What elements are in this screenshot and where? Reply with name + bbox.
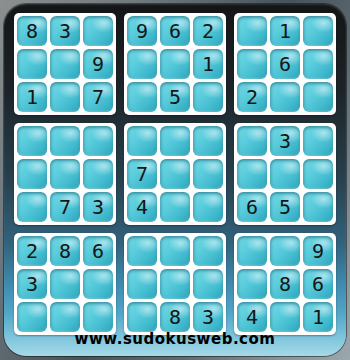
cell-r8c7[interactable] <box>237 269 267 299</box>
cell-r6c3[interactable]: 3 <box>83 192 113 222</box>
cell-r1c9[interactable] <box>303 16 333 46</box>
cell-r5c4[interactable]: 7 <box>127 159 157 189</box>
box-r1c1: 83917 <box>14 13 116 115</box>
cell-r2c6[interactable]: 1 <box>193 49 223 79</box>
box-r2c1: 73 <box>14 123 116 225</box>
cell-r5c2[interactable] <box>50 159 80 189</box>
cell-r8c4[interactable] <box>127 269 157 299</box>
cell-r5c8[interactable] <box>270 159 300 189</box>
cell-r8c3[interactable] <box>83 269 113 299</box>
cell-r6c8[interactable]: 5 <box>270 192 300 222</box>
cell-r2c4[interactable] <box>127 49 157 79</box>
cell-r2c3[interactable]: 9 <box>83 49 113 79</box>
box-r3c1: 2863 <box>14 233 116 335</box>
cell-r2c2[interactable] <box>50 49 80 79</box>
cell-r4c9[interactable] <box>303 126 333 156</box>
box-r1c2: 96215 <box>124 13 226 115</box>
cell-r4c8[interactable]: 3 <box>270 126 300 156</box>
cell-r7c6[interactable] <box>193 236 223 266</box>
sudoku-plate: 8391796215162737436528638398641 www.sudo… <box>4 4 346 356</box>
cell-r1c4[interactable]: 9 <box>127 16 157 46</box>
cell-r2c5[interactable] <box>160 49 190 79</box>
cell-r5c5[interactable] <box>160 159 190 189</box>
cell-r4c2[interactable] <box>50 126 80 156</box>
cell-r8c6[interactable] <box>193 269 223 299</box>
box-r2c3: 365 <box>234 123 336 225</box>
sudoku-board: 8391796215162737436528638398641 <box>14 13 336 335</box>
cell-r3c5[interactable]: 5 <box>160 82 190 112</box>
cell-r3c9[interactable] <box>303 82 333 112</box>
cell-r6c5[interactable] <box>160 192 190 222</box>
cell-r1c7[interactable] <box>237 16 267 46</box>
cell-r8c8[interactable]: 8 <box>270 269 300 299</box>
cell-r4c6[interactable] <box>193 126 223 156</box>
page-background: 8391796215162737436528638398641 www.sudo… <box>0 0 350 360</box>
cell-r6c2[interactable]: 7 <box>50 192 80 222</box>
cell-r6c4[interactable]: 4 <box>127 192 157 222</box>
cell-r4c5[interactable] <box>160 126 190 156</box>
cell-r8c1[interactable]: 3 <box>17 269 47 299</box>
cell-r2c8[interactable]: 6 <box>270 49 300 79</box>
cell-r6c1[interactable] <box>17 192 47 222</box>
cell-r7c5[interactable] <box>160 236 190 266</box>
cell-r5c3[interactable] <box>83 159 113 189</box>
box-r2c2: 74 <box>124 123 226 225</box>
cell-r4c1[interactable] <box>17 126 47 156</box>
cell-r4c4[interactable] <box>127 126 157 156</box>
cell-r8c5[interactable] <box>160 269 190 299</box>
cell-r3c4[interactable] <box>127 82 157 112</box>
cell-r4c3[interactable] <box>83 126 113 156</box>
cell-r3c7[interactable]: 2 <box>237 82 267 112</box>
box-r3c2: 83 <box>124 233 226 335</box>
cell-r1c1[interactable]: 8 <box>17 16 47 46</box>
footer-url: www.sudokusweb.com <box>4 328 346 350</box>
cell-r6c9[interactable] <box>303 192 333 222</box>
box-r3c3: 98641 <box>234 233 336 335</box>
cell-r2c9[interactable] <box>303 49 333 79</box>
cell-r5c6[interactable] <box>193 159 223 189</box>
cell-r7c7[interactable] <box>237 236 267 266</box>
cell-r7c2[interactable]: 8 <box>50 236 80 266</box>
cell-r7c9[interactable]: 9 <box>303 236 333 266</box>
cell-r3c1[interactable]: 1 <box>17 82 47 112</box>
cell-r5c7[interactable] <box>237 159 267 189</box>
cell-r7c3[interactable]: 6 <box>83 236 113 266</box>
cell-r8c9[interactable]: 6 <box>303 269 333 299</box>
cell-r7c8[interactable] <box>270 236 300 266</box>
box-r1c3: 162 <box>234 13 336 115</box>
cell-r3c3[interactable]: 7 <box>83 82 113 112</box>
cell-r7c4[interactable] <box>127 236 157 266</box>
cell-r5c1[interactable] <box>17 159 47 189</box>
cell-r7c1[interactable]: 2 <box>17 236 47 266</box>
cell-r1c8[interactable]: 1 <box>270 16 300 46</box>
cell-r5c9[interactable] <box>303 159 333 189</box>
cell-r3c8[interactable] <box>270 82 300 112</box>
cell-r2c7[interactable] <box>237 49 267 79</box>
cell-r3c6[interactable] <box>193 82 223 112</box>
cell-r3c2[interactable] <box>50 82 80 112</box>
cell-r1c2[interactable]: 3 <box>50 16 80 46</box>
cell-r6c7[interactable]: 6 <box>237 192 267 222</box>
cell-r1c3[interactable] <box>83 16 113 46</box>
cell-r2c1[interactable] <box>17 49 47 79</box>
cell-r4c7[interactable] <box>237 126 267 156</box>
cell-r1c5[interactable]: 6 <box>160 16 190 46</box>
cell-r1c6[interactable]: 2 <box>193 16 223 46</box>
cell-r8c2[interactable] <box>50 269 80 299</box>
cell-r6c6[interactable] <box>193 192 223 222</box>
